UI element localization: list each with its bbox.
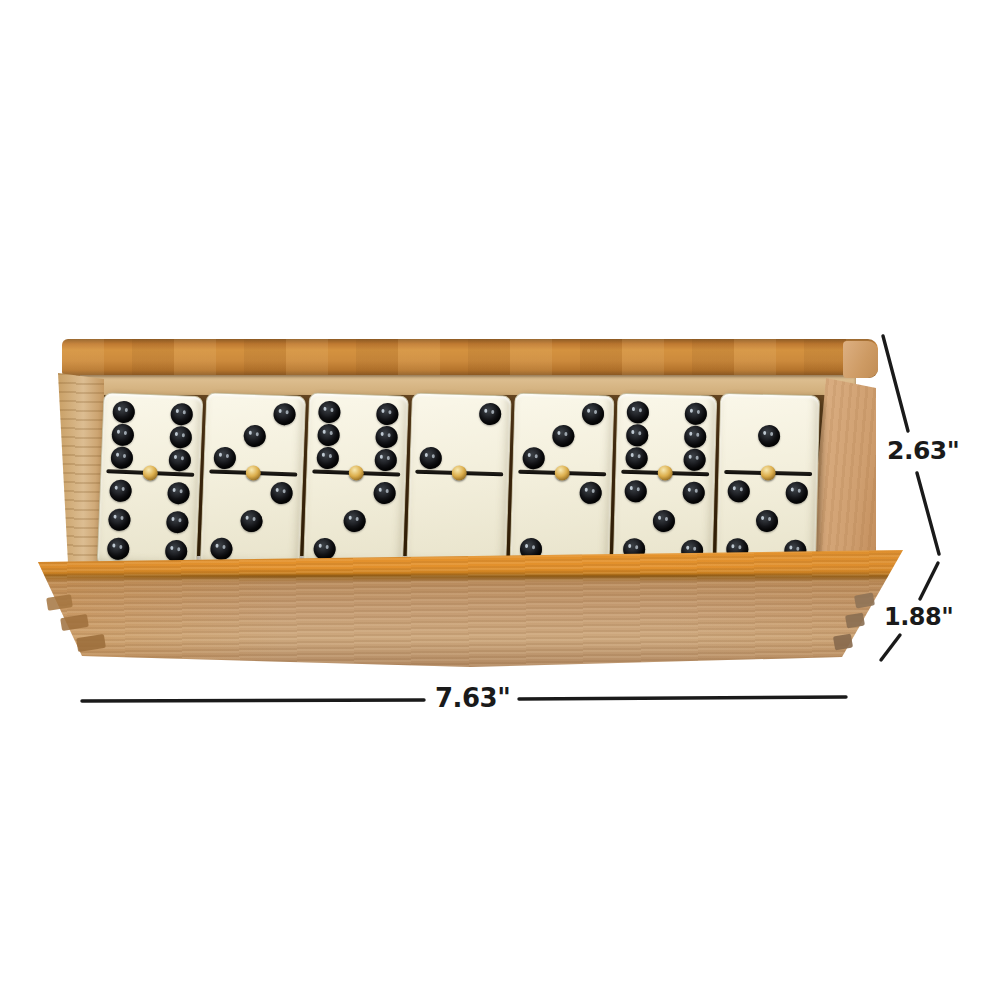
height-dimension-line <box>917 473 939 554</box>
dimension-lines <box>0 0 1000 1000</box>
length-dimension-line <box>82 700 424 701</box>
product-photo: 2.63" 1.88" 7.63" <box>0 0 1000 1000</box>
length-dimension-label: 7.63" <box>435 683 510 713</box>
depth-dimension-label: 1.88" <box>884 603 953 631</box>
depth-dimension-line <box>920 563 938 599</box>
length-dimension-line <box>519 697 846 699</box>
depth-dimension-line <box>881 635 900 660</box>
height-dimension-line <box>883 336 908 431</box>
height-dimension-label: 2.63" <box>887 436 959 465</box>
